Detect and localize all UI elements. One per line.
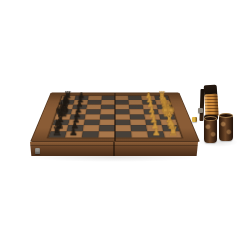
dice-cup-right [219,115,233,141]
board-surface: ♜♟♟♜♞♟♟♞♝♟♟♝♛♟♟♛♚♟♟♚♝♟♟♝♞♟♟♞♜♟♟♜ [30,93,200,142]
board-square [98,131,115,137]
small-die [192,117,197,122]
board-square: ♟ [65,131,83,137]
chess-board: ♜♟♟♜♞♟♟♞♝♟♟♝♛♟♟♛♚♟♟♚♝♟♟♝♞♟♟♞♜♟♟♜ [30,91,198,142]
board-fold-seam [114,93,116,142]
board-front-seam [113,142,115,156]
board-square [115,131,132,137]
dice-cup-left [204,118,217,143]
product-photo-scene: ♜♟♟♜♞♟♟♞♝♟♟♝♛♟♟♛♚♟♟♚♝♟♟♝♞♟♟♞♜♟♟♜ [0,0,240,240]
board-front-edge [30,142,198,156]
checkers-stack [204,94,218,118]
black-pawn: ♟ [61,127,85,137]
case-metal-fitting [198,108,203,113]
white-rook: ♜ [161,125,185,137]
board-square [115,120,131,126]
board-clasp [35,148,40,154]
board-square: ♜ [163,131,181,137]
board-square [99,120,115,126]
